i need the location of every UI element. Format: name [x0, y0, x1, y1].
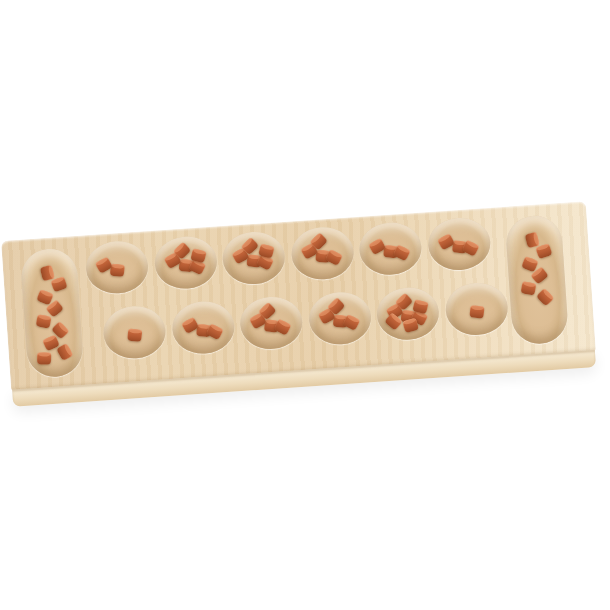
seed	[36, 314, 52, 328]
pit-top-5[interactable]	[358, 221, 423, 277]
seed	[56, 343, 73, 361]
seed	[40, 265, 55, 281]
seed	[402, 318, 419, 333]
pit-bottom-5[interactable]	[375, 286, 440, 342]
seed	[110, 264, 125, 277]
seed	[520, 281, 536, 295]
seed	[325, 249, 343, 266]
seed	[127, 329, 142, 342]
pit-bottom-6[interactable]	[444, 281, 509, 337]
store-left	[20, 247, 85, 379]
seed	[274, 319, 292, 336]
pit-top-2[interactable]	[153, 235, 218, 291]
pit-top-1[interactable]	[84, 239, 149, 295]
mancala-board	[1, 201, 597, 406]
pit-bottom-4[interactable]	[307, 290, 372, 346]
pit-bottom-3[interactable]	[239, 295, 304, 351]
seed	[393, 244, 411, 261]
seed	[206, 323, 224, 340]
pit-top-4[interactable]	[290, 225, 355, 281]
product-photo-background	[0, 0, 610, 610]
seed	[37, 352, 51, 364]
seed	[536, 288, 554, 306]
seed	[525, 232, 540, 248]
seed	[51, 276, 68, 292]
pit-top-3[interactable]	[221, 230, 286, 286]
store-right	[505, 214, 570, 346]
seed	[462, 240, 480, 257]
pit-bottom-1[interactable]	[102, 304, 167, 360]
pit-top-6[interactable]	[427, 216, 492, 272]
seed	[469, 305, 484, 318]
pit-bottom-2[interactable]	[171, 300, 236, 356]
seed	[535, 243, 552, 259]
seed	[342, 314, 360, 331]
